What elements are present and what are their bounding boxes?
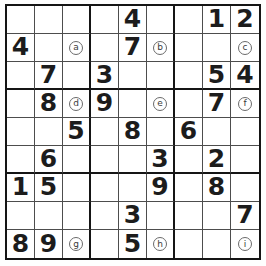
cell-r9c1[interactable]: 8 — [7, 230, 35, 258]
cell-r8c7[interactable] — [175, 202, 203, 230]
cell-r2c8[interactable] — [203, 34, 231, 62]
given-digit: 5 — [208, 62, 225, 87]
cell-r5c5[interactable]: 8 — [119, 118, 147, 146]
given-digit: 7 — [124, 34, 141, 59]
cell-r3c7[interactable] — [175, 62, 203, 90]
cell-r6c6[interactable]: 3 — [147, 146, 175, 174]
cell-r6c9[interactable] — [231, 146, 259, 174]
cell-r8c6[interactable] — [147, 202, 175, 230]
cell-r3c6[interactable] — [147, 62, 175, 90]
cell-r4c3[interactable]: d — [63, 90, 91, 118]
given-digit: 8 — [12, 231, 29, 256]
cell-r1c7[interactable] — [175, 6, 203, 34]
cell-r6c3[interactable] — [63, 146, 91, 174]
cell-r7c5[interactable] — [119, 174, 147, 202]
cell-r1c9[interactable]: 2 — [231, 6, 259, 34]
circled-letter-d: d — [69, 97, 83, 111]
cell-r5c6[interactable] — [147, 118, 175, 146]
cell-r6c1[interactable] — [7, 146, 35, 174]
cell-r1c4[interactable] — [91, 6, 119, 34]
sudoku-board: 4124a7bc73548d9e7f58663215983789g5hi — [5, 4, 261, 260]
cell-r3c5[interactable] — [119, 62, 147, 90]
given-digit: 2 — [236, 6, 253, 31]
cell-r9c6[interactable]: h — [147, 230, 175, 258]
cell-r1c5[interactable]: 4 — [119, 6, 147, 34]
given-digit: 3 — [124, 202, 141, 227]
cell-r7c7[interactable] — [175, 174, 203, 202]
cell-r5c1[interactable] — [7, 118, 35, 146]
cell-r7c1[interactable]: 1 — [7, 174, 35, 202]
given-digit: 7 — [40, 62, 57, 87]
cell-r1c6[interactable] — [147, 6, 175, 34]
given-digit: 8 — [40, 90, 57, 115]
given-digit: 4 — [236, 62, 253, 87]
cell-r7c6[interactable]: 9 — [147, 174, 175, 202]
cell-r9c2[interactable]: 9 — [35, 230, 63, 258]
cell-r1c8[interactable]: 1 — [203, 6, 231, 34]
given-digit: 2 — [208, 146, 225, 171]
cell-r6c8[interactable]: 2 — [203, 146, 231, 174]
cell-r7c9[interactable] — [231, 174, 259, 202]
cell-r4c7[interactable] — [175, 90, 203, 118]
cell-r4c4[interactable]: 9 — [91, 90, 119, 118]
cell-r1c3[interactable] — [63, 6, 91, 34]
circled-letter-f: f — [238, 97, 252, 111]
given-digit: 5 — [40, 174, 57, 199]
given-digit: 6 — [180, 118, 197, 143]
given-digit: 9 — [40, 231, 57, 256]
cell-r8c1[interactable] — [7, 202, 35, 230]
cell-r2c4[interactable] — [91, 34, 119, 62]
cell-r2c2[interactable] — [35, 34, 63, 62]
cell-r2c6[interactable]: b — [147, 34, 175, 62]
cell-r2c3[interactable]: a — [63, 34, 91, 62]
cell-r7c8[interactable]: 8 — [203, 174, 231, 202]
cell-r8c5[interactable]: 3 — [119, 202, 147, 230]
cell-r9c7[interactable] — [175, 230, 203, 258]
cell-r8c9[interactable]: 7 — [231, 202, 259, 230]
given-digit: 4 — [124, 6, 141, 31]
given-digit: 6 — [40, 146, 57, 171]
given-digit: 8 — [208, 174, 225, 199]
cell-r2c7[interactable] — [175, 34, 203, 62]
cell-r4c6[interactable]: e — [147, 90, 175, 118]
cell-r6c5[interactable] — [119, 146, 147, 174]
given-digit: 4 — [12, 34, 29, 59]
cell-r7c2[interactable]: 5 — [35, 174, 63, 202]
cell-r5c4[interactable] — [91, 118, 119, 146]
given-digit: 3 — [96, 62, 113, 87]
cell-r3c3[interactable] — [63, 62, 91, 90]
cell-r2c5[interactable]: 7 — [119, 34, 147, 62]
cell-r3c9[interactable]: 4 — [231, 62, 259, 90]
circled-letter-h: h — [153, 237, 167, 251]
given-digit: 1 — [208, 6, 225, 31]
page: 4124a7bc73548d9e7f58663215983789g5hi — [0, 0, 266, 260]
given-digit: 8 — [124, 118, 141, 143]
circled-letter-g: g — [69, 237, 83, 251]
given-digit: 5 — [124, 231, 141, 256]
cell-r5c8[interactable] — [203, 118, 231, 146]
cell-r4c2[interactable]: 8 — [35, 90, 63, 118]
circled-letter-b: b — [153, 41, 167, 55]
cell-r3c2[interactable]: 7 — [35, 62, 63, 90]
cell-r7c3[interactable] — [63, 174, 91, 202]
cell-r9c3[interactable]: g — [63, 230, 91, 258]
cell-r6c4[interactable] — [91, 146, 119, 174]
cell-r9c8[interactable] — [203, 230, 231, 258]
cell-r1c1[interactable] — [7, 6, 35, 34]
cell-r3c1[interactable] — [7, 62, 35, 90]
cell-r5c9[interactable] — [231, 118, 259, 146]
circled-letter-i: i — [238, 237, 252, 251]
cell-r7c4[interactable] — [91, 174, 119, 202]
cell-r2c9[interactable]: c — [231, 34, 259, 62]
cell-r4c8[interactable]: 7 — [203, 90, 231, 118]
cell-r8c4[interactable] — [91, 202, 119, 230]
circled-letter-c: c — [238, 41, 252, 55]
cell-r6c7[interactable] — [175, 146, 203, 174]
cell-r9c9[interactable]: i — [231, 230, 259, 258]
cell-r2c1[interactable]: 4 — [7, 34, 35, 62]
given-digit: 7 — [236, 202, 253, 227]
given-digit: 1 — [12, 174, 29, 199]
circled-letter-a: a — [69, 41, 83, 55]
cell-r9c4[interactable] — [91, 230, 119, 258]
given-digit: 9 — [96, 90, 113, 115]
cell-r9c5[interactable]: 5 — [119, 230, 147, 258]
cell-r5c3[interactable]: 5 — [63, 118, 91, 146]
cell-r8c3[interactable] — [63, 202, 91, 230]
cell-r4c1[interactable] — [7, 90, 35, 118]
cell-r5c7[interactable]: 6 — [175, 118, 203, 146]
given-digit: 7 — [208, 90, 225, 115]
cell-r3c8[interactable]: 5 — [203, 62, 231, 90]
cell-r8c8[interactable] — [203, 202, 231, 230]
cell-r8c2[interactable] — [35, 202, 63, 230]
cell-r4c9[interactable]: f — [231, 90, 259, 118]
given-digit: 5 — [67, 118, 84, 143]
circled-letter-e: e — [153, 97, 167, 111]
cell-r6c2[interactable]: 6 — [35, 146, 63, 174]
cell-r1c2[interactable] — [35, 6, 63, 34]
cell-r3c4[interactable]: 3 — [91, 62, 119, 90]
cell-r5c2[interactable] — [35, 118, 63, 146]
cell-r4c5[interactable] — [119, 90, 147, 118]
given-digit: 3 — [151, 146, 168, 171]
given-digit: 9 — [151, 174, 168, 199]
